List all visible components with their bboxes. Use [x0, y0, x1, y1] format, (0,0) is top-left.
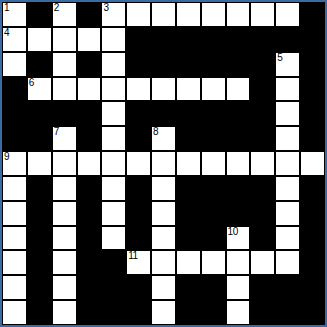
white-cell-r9c3[interactable] — [52, 201, 77, 226]
black-cell-r11c5 — [101, 250, 126, 275]
black-cell-r13c11 — [250, 300, 275, 325]
black-cell-r2c12 — [275, 27, 300, 52]
white-cell-r9c1[interactable] — [2, 201, 27, 226]
black-cell-r9c13 — [300, 201, 325, 226]
white-cell-r3c5[interactable] — [101, 52, 126, 77]
white-cell-r1c6[interactable] — [126, 2, 151, 27]
white-cell-r12c1[interactable] — [2, 275, 27, 300]
white-cell-r7c11[interactable] — [250, 151, 275, 176]
black-cell-r11c4 — [77, 250, 102, 275]
black-cell-r2c6 — [126, 27, 151, 52]
white-cell-r4c12[interactable] — [275, 77, 300, 102]
white-cell-r1c1[interactable]: 1 — [2, 2, 27, 27]
white-cell-r3c3[interactable] — [52, 52, 77, 77]
black-cell-r6c4 — [77, 126, 102, 151]
black-cell-r9c11 — [250, 201, 275, 226]
black-cell-r8c11 — [250, 176, 275, 201]
white-cell-r5c5[interactable] — [101, 101, 126, 126]
black-cell-r3c11 — [250, 52, 275, 77]
black-cell-r12c6 — [126, 275, 151, 300]
black-cell-r6c8 — [176, 126, 201, 151]
black-cell-r13c9 — [201, 300, 226, 325]
white-cell-r2c2[interactable] — [27, 27, 52, 52]
white-cell-r4c7[interactable] — [151, 77, 176, 102]
white-cell-r7c3[interactable] — [52, 151, 77, 176]
white-cell-r7c6[interactable] — [126, 151, 151, 176]
white-cell-r1c12[interactable] — [275, 2, 300, 27]
white-cell-r8c12[interactable] — [275, 176, 300, 201]
white-cell-r4c6[interactable] — [126, 77, 151, 102]
black-cell-r10c9 — [201, 226, 226, 251]
black-cell-r5c9 — [201, 101, 226, 126]
black-cell-r4c1 — [2, 77, 27, 102]
black-cell-r13c13 — [300, 300, 325, 325]
white-cell-r8c7[interactable] — [151, 176, 176, 201]
black-cell-r8c10 — [226, 176, 251, 201]
black-cell-r13c4 — [77, 300, 102, 325]
black-cell-r1c13 — [300, 2, 325, 27]
white-cell-r11c9[interactable] — [201, 250, 226, 275]
black-cell-r12c8 — [176, 275, 201, 300]
white-cell-r8c1[interactable] — [2, 176, 27, 201]
white-cell-r7c5[interactable] — [101, 151, 126, 176]
white-cell-r2c4[interactable] — [77, 27, 102, 52]
black-cell-r12c12 — [275, 275, 300, 300]
black-cell-r5c4 — [77, 101, 102, 126]
black-cell-r10c4 — [77, 226, 102, 251]
black-cell-r5c10 — [226, 101, 251, 126]
white-cell-r10c10[interactable]: 10 — [226, 226, 251, 251]
white-cell-r11c12[interactable] — [275, 250, 300, 275]
white-cell-r11c10[interactable] — [226, 250, 251, 275]
black-cell-r13c8 — [176, 300, 201, 325]
black-cell-r9c9 — [201, 201, 226, 226]
white-cell-r1c8[interactable] — [176, 2, 201, 27]
white-cell-r6c5[interactable] — [101, 126, 126, 151]
black-cell-r10c8 — [176, 226, 201, 251]
black-cell-r12c13 — [300, 275, 325, 300]
black-cell-r6c6 — [126, 126, 151, 151]
black-cell-r2c8 — [176, 27, 201, 52]
black-cell-r3c10 — [226, 52, 251, 77]
black-cell-r3c13 — [300, 52, 325, 77]
black-cell-r5c7 — [151, 101, 176, 126]
black-cell-r12c4 — [77, 275, 102, 300]
clue-number-6: 6 — [29, 78, 34, 88]
crossword-grid: 1234567891011 — [0, 0, 327, 327]
black-cell-r10c11 — [250, 226, 275, 251]
white-cell-r10c1[interactable] — [2, 226, 27, 251]
clue-number-11: 11 — [128, 251, 137, 261]
black-cell-r2c13 — [300, 27, 325, 52]
clue-number-1: 1 — [4, 3, 9, 13]
black-cell-r8c4 — [77, 176, 102, 201]
black-cell-r6c13 — [300, 126, 325, 151]
white-cell-r11c11[interactable] — [250, 250, 275, 275]
white-cell-r10c3[interactable] — [52, 226, 77, 251]
black-cell-r1c4 — [77, 2, 102, 27]
white-cell-r7c12[interactable] — [275, 151, 300, 176]
black-cell-r12c11 — [250, 275, 275, 300]
white-cell-r7c4[interactable] — [77, 151, 102, 176]
black-cell-r1c2 — [27, 2, 52, 27]
white-cell-r4c3[interactable] — [52, 77, 77, 102]
white-cell-r11c7[interactable] — [151, 250, 176, 275]
black-cell-r3c8 — [176, 52, 201, 77]
black-cell-r9c8 — [176, 201, 201, 226]
black-cell-r8c6 — [126, 176, 151, 201]
black-cell-r5c2 — [27, 101, 52, 126]
white-cell-r2c3[interactable] — [52, 27, 77, 52]
black-cell-r6c1 — [2, 126, 27, 151]
black-cell-r8c8 — [176, 176, 201, 201]
clue-number-2: 2 — [54, 3, 59, 13]
white-cell-r10c7[interactable] — [151, 226, 176, 251]
white-cell-r4c8[interactable] — [176, 77, 201, 102]
white-cell-r11c1[interactable] — [2, 250, 27, 275]
black-cell-r10c6 — [126, 226, 151, 251]
white-cell-r12c3[interactable] — [52, 275, 77, 300]
white-cell-r1c7[interactable] — [151, 2, 176, 27]
white-cell-r11c8[interactable] — [176, 250, 201, 275]
black-cell-r3c9 — [201, 52, 226, 77]
black-cell-r11c2 — [27, 250, 52, 275]
white-cell-r8c5[interactable] — [101, 176, 126, 201]
black-cell-r9c2 — [27, 201, 52, 226]
clue-number-7: 7 — [54, 127, 59, 137]
black-cell-r4c13 — [300, 77, 325, 102]
black-cell-r8c9 — [201, 176, 226, 201]
white-cell-r6c7[interactable]: 8 — [151, 126, 176, 151]
white-cell-r4c4[interactable] — [77, 77, 102, 102]
black-cell-r12c5 — [101, 275, 126, 300]
white-cell-r4c2[interactable]: 6 — [27, 77, 52, 102]
white-cell-r6c12[interactable] — [275, 126, 300, 151]
clue-number-8: 8 — [153, 127, 158, 137]
black-cell-r4c11 — [250, 77, 275, 102]
black-cell-r3c6 — [126, 52, 151, 77]
white-cell-r13c3[interactable] — [52, 300, 77, 325]
black-cell-r8c2 — [27, 176, 52, 201]
white-cell-r11c6[interactable]: 11 — [126, 250, 151, 275]
black-cell-r5c6 — [126, 101, 151, 126]
black-cell-r5c11 — [250, 101, 275, 126]
black-cell-r9c10 — [226, 201, 251, 226]
white-cell-r12c10[interactable] — [226, 275, 251, 300]
black-cell-r6c9 — [201, 126, 226, 151]
black-cell-r3c7 — [151, 52, 176, 77]
black-cell-r2c7 — [151, 27, 176, 52]
clue-number-5: 5 — [277, 53, 282, 63]
black-cell-r10c13 — [300, 226, 325, 251]
black-cell-r5c8 — [176, 101, 201, 126]
white-cell-r7c10[interactable] — [226, 151, 251, 176]
black-cell-r2c11 — [250, 27, 275, 52]
black-cell-r13c2 — [27, 300, 52, 325]
white-cell-r4c9[interactable] — [201, 77, 226, 102]
white-cell-r3c1[interactable] — [2, 52, 27, 77]
white-cell-r11c3[interactable] — [52, 250, 77, 275]
black-cell-r9c6 — [126, 201, 151, 226]
black-cell-r13c6 — [126, 300, 151, 325]
white-cell-r4c5[interactable] — [101, 77, 126, 102]
black-cell-r6c10 — [226, 126, 251, 151]
white-cell-r2c1[interactable]: 4 — [2, 27, 27, 52]
white-cell-r8c3[interactable] — [52, 176, 77, 201]
black-cell-r5c13 — [300, 101, 325, 126]
white-cell-r13c1[interactable] — [2, 300, 27, 325]
black-cell-r3c4 — [77, 52, 102, 77]
white-cell-r1c11[interactable] — [250, 2, 275, 27]
white-cell-r5c12[interactable] — [275, 101, 300, 126]
white-cell-r1c9[interactable] — [201, 2, 226, 27]
black-cell-r11c13 — [300, 250, 325, 275]
black-cell-r13c5 — [101, 300, 126, 325]
clue-number-4: 4 — [4, 28, 9, 38]
white-cell-r1c10[interactable] — [226, 2, 251, 27]
black-cell-r2c9 — [201, 27, 226, 52]
black-cell-r12c2 — [27, 275, 52, 300]
white-cell-r2c5[interactable] — [101, 27, 126, 52]
black-cell-r5c1 — [2, 101, 27, 126]
black-cell-r8c13 — [300, 176, 325, 201]
black-cell-r10c2 — [27, 226, 52, 251]
white-cell-r1c3[interactable]: 2 — [52, 2, 77, 27]
white-cell-r9c7[interactable] — [151, 201, 176, 226]
black-cell-r3c2 — [27, 52, 52, 77]
white-cell-r9c5[interactable] — [101, 201, 126, 226]
white-cell-r7c7[interactable] — [151, 151, 176, 176]
white-cell-r13c10[interactable] — [226, 300, 251, 325]
white-cell-r3c12[interactable]: 5 — [275, 52, 300, 77]
white-cell-r7c2[interactable] — [27, 151, 52, 176]
white-cell-r6c3[interactable]: 7 — [52, 126, 77, 151]
black-cell-r6c2 — [27, 126, 52, 151]
clue-number-9: 9 — [4, 152, 9, 162]
white-cell-r12c7[interactable] — [151, 275, 176, 300]
white-cell-r9c12[interactable] — [275, 201, 300, 226]
white-cell-r7c1[interactable]: 9 — [2, 151, 27, 176]
clue-number-3: 3 — [103, 3, 108, 13]
black-cell-r2c10 — [226, 27, 251, 52]
black-cell-r5c3 — [52, 101, 77, 126]
white-cell-r7c13[interactable] — [300, 151, 325, 176]
white-cell-r10c5[interactable] — [101, 226, 126, 251]
white-cell-r7c9[interactable] — [201, 151, 226, 176]
white-cell-r13c7[interactable] — [151, 300, 176, 325]
white-cell-r1c5[interactable]: 3 — [101, 2, 126, 27]
black-cell-r12c9 — [201, 275, 226, 300]
white-cell-r7c8[interactable] — [176, 151, 201, 176]
black-cell-r9c4 — [77, 201, 102, 226]
black-cell-r6c11 — [250, 126, 275, 151]
black-cell-r13c12 — [275, 300, 300, 325]
white-cell-r4c10[interactable] — [226, 77, 251, 102]
white-cell-r10c12[interactable] — [275, 226, 300, 251]
clue-number-10: 10 — [228, 227, 238, 237]
